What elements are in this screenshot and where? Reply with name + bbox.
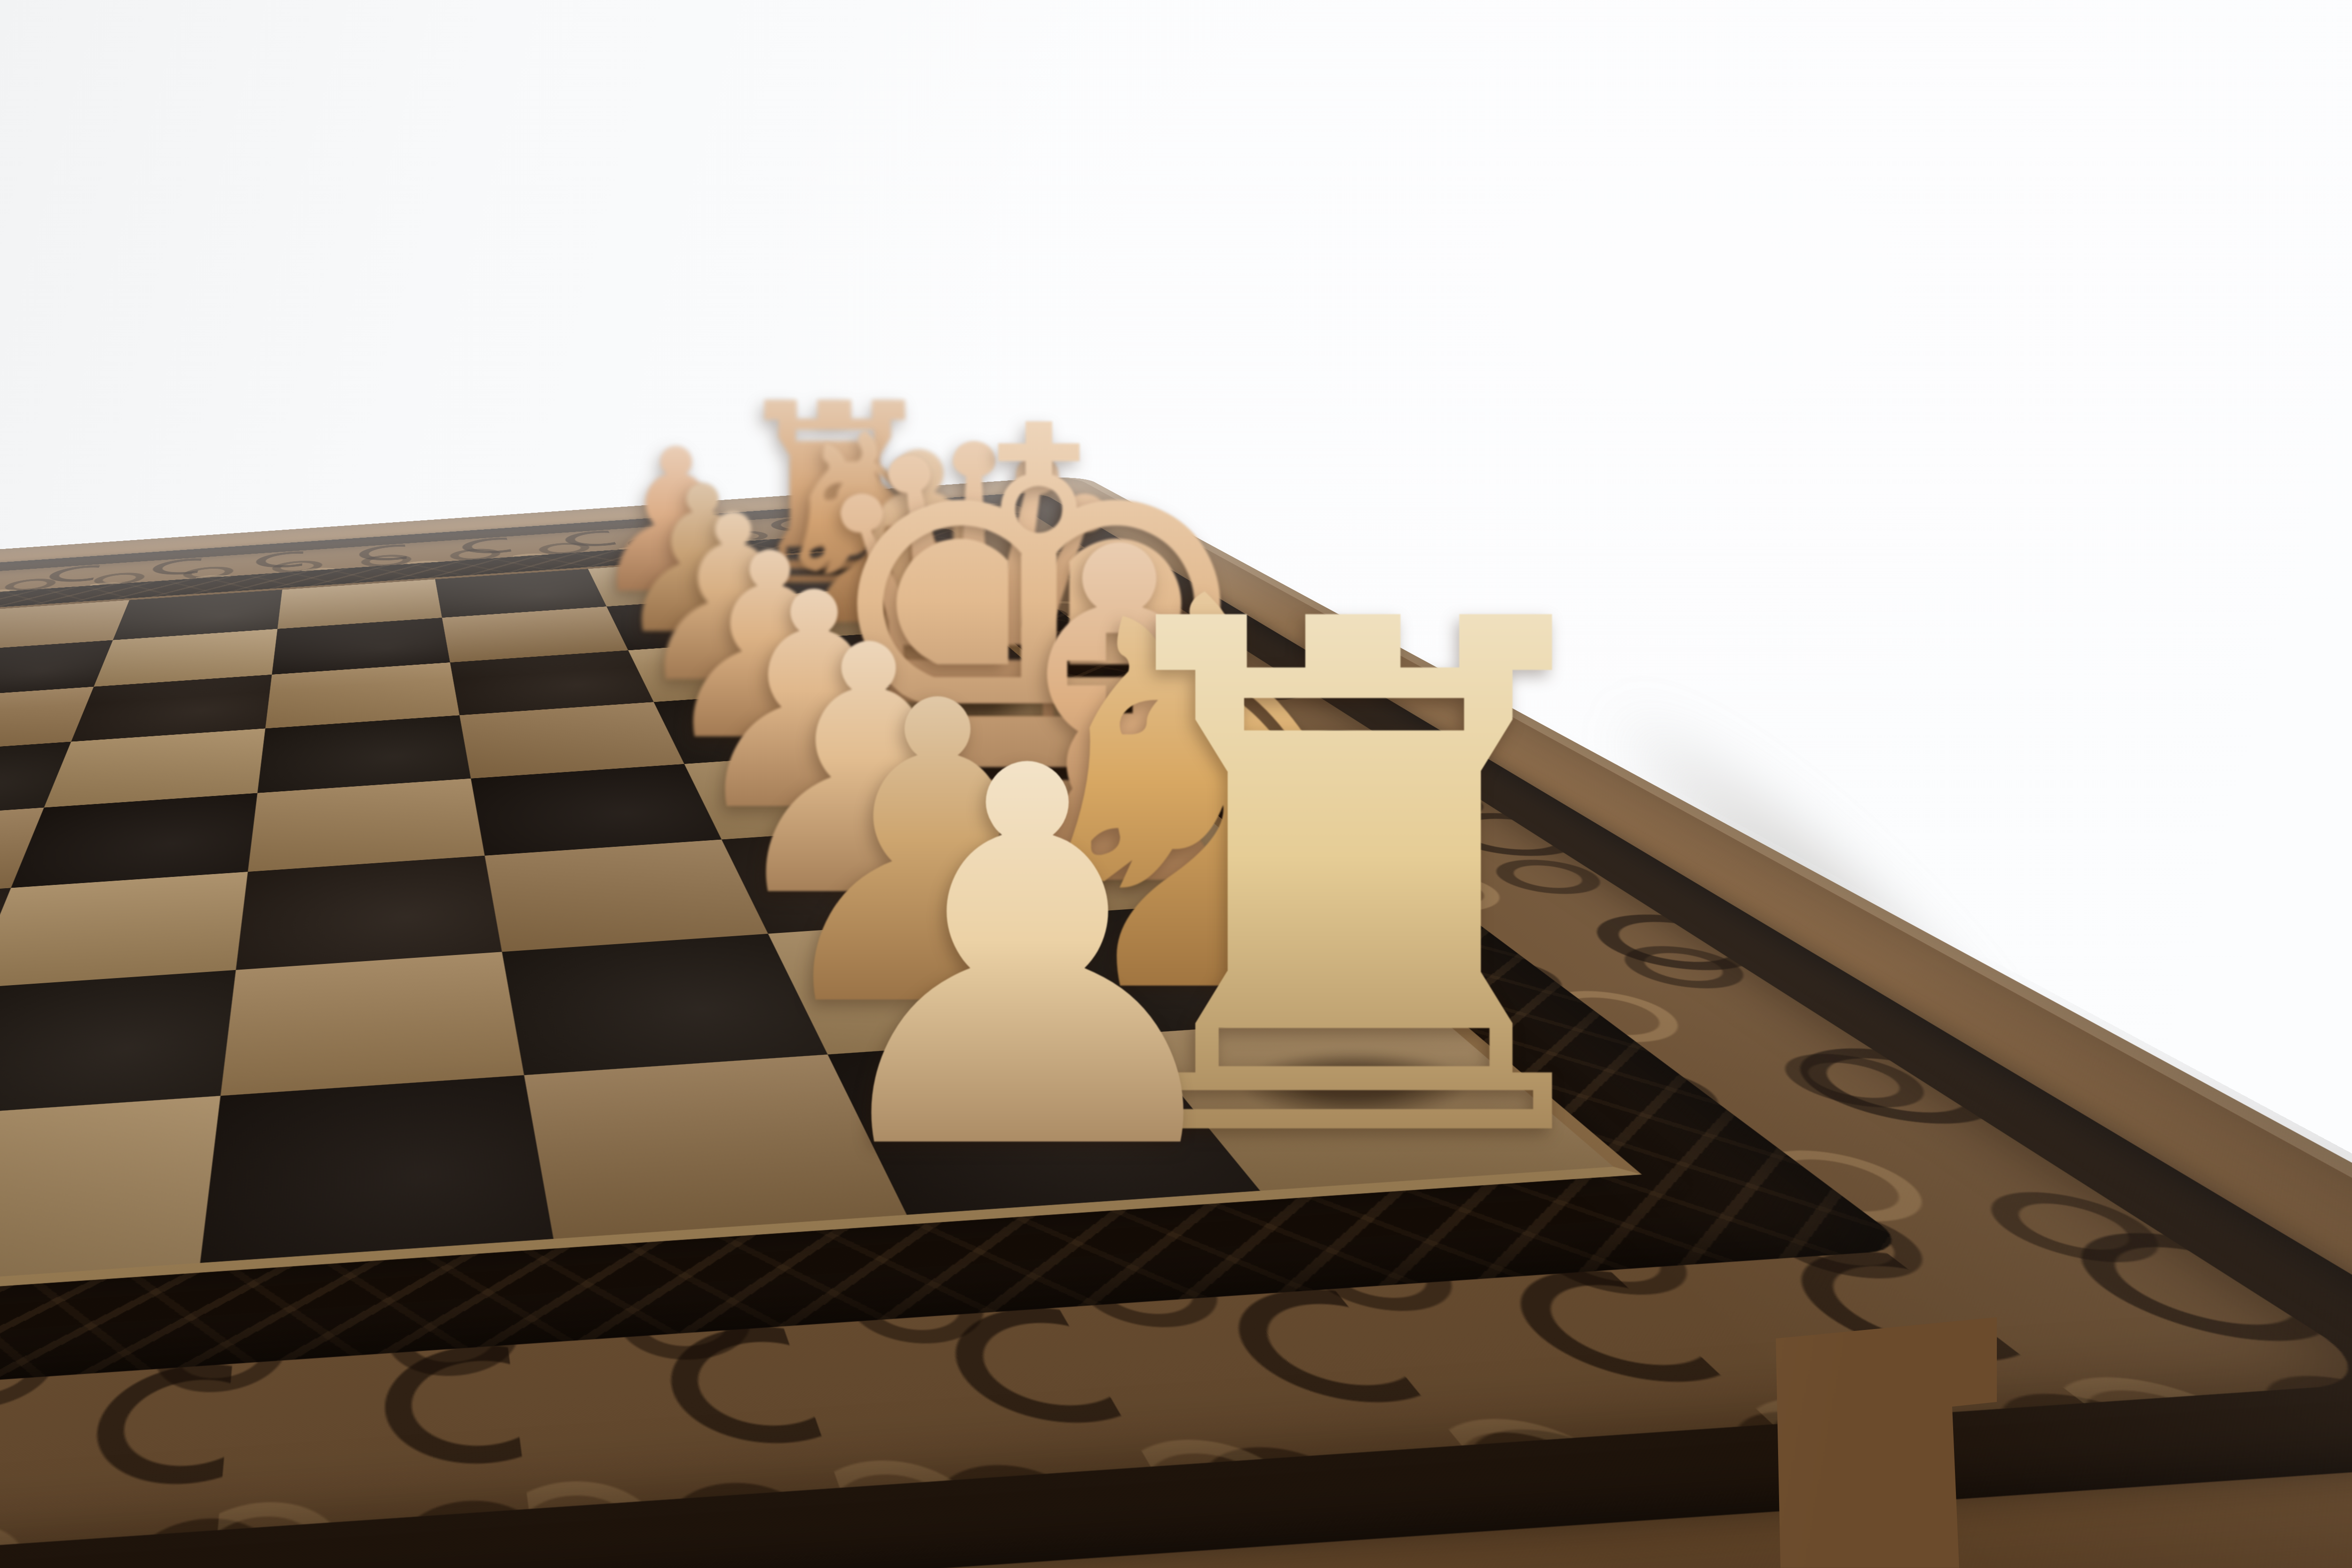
pieces-layer: ♜♟♞♟♝♟♛♟♚♟♝♟♞♟♜♟ [0, 0, 2352, 1568]
white-pawn-h2: ♟ [794, 700, 1261, 1221]
photo-canvas: ♜♟♞♟♝♟♛♟♚♟♝♟♞♟♜♟ [0, 0, 2352, 1568]
